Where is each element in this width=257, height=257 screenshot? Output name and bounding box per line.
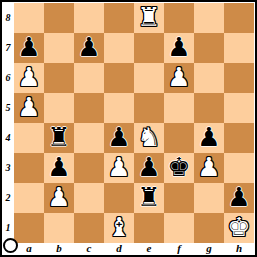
square-e1[interactable] [134, 213, 164, 243]
square-f5[interactable] [164, 93, 194, 123]
square-b2[interactable]: ♟ [44, 183, 74, 213]
square-e8[interactable]: ♜ [134, 3, 164, 33]
square-h8[interactable] [224, 3, 254, 33]
file-label-g: g [194, 242, 224, 255]
square-f7[interactable]: ♟ [164, 33, 194, 63]
piece-black-pawn[interactable]: ♟ [107, 124, 130, 150]
piece-black-rook[interactable]: ♜ [47, 124, 70, 150]
square-d7[interactable] [104, 33, 134, 63]
square-g8[interactable] [194, 3, 224, 33]
piece-black-pawn[interactable]: ♟ [77, 34, 100, 60]
square-h4[interactable] [224, 123, 254, 153]
piece-white-pawn[interactable]: ♟ [47, 184, 70, 210]
square-a8[interactable] [14, 3, 44, 33]
piece-white-bishop[interactable]: ♝ [107, 214, 130, 240]
square-c7[interactable]: ♟ [74, 33, 104, 63]
square-b5[interactable] [44, 93, 74, 123]
square-h2[interactable]: ♟ [224, 183, 254, 213]
square-g5[interactable] [194, 93, 224, 123]
square-d8[interactable] [104, 3, 134, 33]
piece-white-king[interactable]: ♚ [227, 214, 250, 240]
chess-diagram-frame: ♜♟♟♟♟♟♟♜♟♞♟♟♟♟♚♟♟♜♟♝♚ 87654321 abcdefgh [0, 0, 257, 257]
square-b3[interactable]: ♟ [44, 153, 74, 183]
rank-label-8: 8 [2, 3, 14, 33]
rank-label-5: 5 [2, 93, 14, 123]
square-a2[interactable] [14, 183, 44, 213]
square-c2[interactable] [74, 183, 104, 213]
square-e7[interactable] [134, 33, 164, 63]
square-c4[interactable] [74, 123, 104, 153]
square-g4[interactable]: ♟ [194, 123, 224, 153]
piece-black-rook[interactable]: ♜ [137, 184, 160, 210]
file-label-f: f [164, 242, 194, 255]
square-e3[interactable]: ♟ [134, 153, 164, 183]
square-f2[interactable] [164, 183, 194, 213]
square-b8[interactable] [44, 3, 74, 33]
file-label-b: b [44, 242, 74, 255]
file-label-h: h [224, 242, 254, 255]
square-c3[interactable] [74, 153, 104, 183]
piece-white-pawn[interactable]: ♟ [107, 154, 130, 180]
square-h6[interactable] [224, 63, 254, 93]
piece-white-pawn[interactable]: ♟ [17, 64, 40, 90]
piece-black-pawn[interactable]: ♟ [227, 184, 250, 210]
square-g7[interactable] [194, 33, 224, 63]
rank-label-4: 4 [2, 123, 14, 153]
square-a4[interactable] [14, 123, 44, 153]
file-label-d: d [104, 242, 134, 255]
square-d3[interactable]: ♟ [104, 153, 134, 183]
square-c5[interactable] [74, 93, 104, 123]
file-label-a: a [14, 242, 44, 255]
file-labels: abcdefgh [14, 242, 254, 255]
rank-label-3: 3 [2, 153, 14, 183]
square-f1[interactable] [164, 213, 194, 243]
square-h7[interactable] [224, 33, 254, 63]
square-d4[interactable]: ♟ [104, 123, 134, 153]
square-b1[interactable] [44, 213, 74, 243]
square-f4[interactable] [164, 123, 194, 153]
file-label-e: e [134, 242, 164, 255]
square-h5[interactable] [224, 93, 254, 123]
square-e5[interactable] [134, 93, 164, 123]
square-g2[interactable] [194, 183, 224, 213]
piece-black-pawn[interactable]: ♟ [197, 124, 220, 150]
square-f6[interactable]: ♟ [164, 63, 194, 93]
rank-labels: 87654321 [2, 3, 14, 243]
square-e4[interactable]: ♞ [134, 123, 164, 153]
square-f3[interactable]: ♚ [164, 153, 194, 183]
square-a5[interactable]: ♟ [14, 93, 44, 123]
rank-label-2: 2 [2, 183, 14, 213]
square-b6[interactable] [44, 63, 74, 93]
square-c1[interactable] [74, 213, 104, 243]
square-d1[interactable]: ♝ [104, 213, 134, 243]
square-d5[interactable] [104, 93, 134, 123]
square-e2[interactable]: ♜ [134, 183, 164, 213]
side-to-move-indicator [3, 238, 18, 253]
square-e6[interactable] [134, 63, 164, 93]
piece-black-pawn[interactable]: ♟ [167, 34, 190, 60]
square-a6[interactable]: ♟ [14, 63, 44, 93]
square-b4[interactable]: ♜ [44, 123, 74, 153]
piece-black-king[interactable]: ♚ [167, 154, 190, 180]
square-b7[interactable] [44, 33, 74, 63]
square-c6[interactable] [74, 63, 104, 93]
square-g1[interactable] [194, 213, 224, 243]
piece-white-rook[interactable]: ♜ [137, 4, 160, 30]
piece-white-knight[interactable]: ♞ [137, 124, 160, 150]
square-f8[interactable] [164, 3, 194, 33]
piece-black-pawn[interactable]: ♟ [17, 34, 40, 60]
square-a1[interactable] [14, 213, 44, 243]
square-h3[interactable] [224, 153, 254, 183]
square-a7[interactable]: ♟ [14, 33, 44, 63]
piece-white-pawn[interactable]: ♟ [197, 154, 220, 180]
piece-white-pawn[interactable]: ♟ [167, 64, 190, 90]
square-g6[interactable] [194, 63, 224, 93]
square-d6[interactable] [104, 63, 134, 93]
piece-white-pawn[interactable]: ♟ [17, 94, 40, 120]
rank-label-7: 7 [2, 33, 14, 63]
square-a3[interactable] [14, 153, 44, 183]
rank-label-6: 6 [2, 63, 14, 93]
file-label-c: c [74, 242, 104, 255]
chess-board: ♜♟♟♟♟♟♟♜♟♞♟♟♟♟♚♟♟♜♟♝♚ [14, 3, 254, 243]
square-g3[interactable]: ♟ [194, 153, 224, 183]
piece-black-pawn[interactable]: ♟ [137, 154, 160, 180]
square-d2[interactable] [104, 183, 134, 213]
square-c8[interactable] [74, 3, 104, 33]
piece-black-pawn[interactable]: ♟ [47, 154, 70, 180]
square-h1[interactable]: ♚ [224, 213, 254, 243]
